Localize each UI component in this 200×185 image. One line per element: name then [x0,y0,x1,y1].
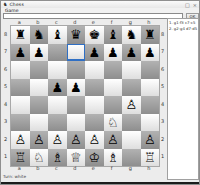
piece-white-knight: ♘ [107,114,119,131]
square-c2[interactable]: ♙ [48,131,67,149]
file-label: e [84,165,103,171]
square-g4[interactable]: ♙ [122,96,141,114]
rank-labels-right: 8 7 6 5 4 3 2 1 [159,25,166,165]
square-b3[interactable] [30,114,49,132]
piece-white-pawn: ♙ [51,131,63,148]
piece-black-pawn: ♟ [33,44,45,61]
square-e7[interactable]: ♟ [85,44,104,62]
chess-app-window: ♞ Chess □ × Game OK a b c d e f g h 8 7 … [0,0,200,185]
piece-black-pawn: ♟ [70,79,82,96]
square-c6[interactable] [48,61,67,79]
piece-black-knight: ♞ [33,26,45,43]
file-label: f [103,165,122,171]
square-g5[interactable] [122,79,141,97]
square-e8[interactable]: ♚ [85,26,104,44]
piece-white-king: ♔ [88,149,100,166]
piece-white-rook: ♖ [14,149,26,166]
rank-label: 5 [2,78,9,96]
rank-label: 6 [2,60,9,78]
square-a7[interactable]: ♟ [11,44,30,62]
file-label: c [47,165,66,171]
rank-label: 3 [2,113,9,131]
square-f5[interactable] [104,79,123,97]
app-icon: ♞ [3,2,7,7]
square-c5[interactable]: ♟ [48,79,67,97]
square-a2[interactable]: ♙ [11,131,30,149]
square-h7[interactable]: ♟ [141,44,160,62]
piece-white-pawn: ♙ [88,131,100,148]
square-c7[interactable] [48,44,67,62]
piece-white-queen: ♕ [70,149,82,166]
piece-black-bishop: ♝ [107,26,119,43]
square-b8[interactable]: ♞ [30,26,49,44]
square-c4[interactable] [48,96,67,114]
square-a4[interactable] [11,96,30,114]
square-a3[interactable] [11,114,30,132]
square-b5[interactable] [30,79,49,97]
piece-black-pawn: ♟ [51,79,63,96]
piece-black-king: ♚ [88,26,100,43]
rank-label: 7 [2,43,9,61]
square-b4[interactable] [30,96,49,114]
piece-white-bishop: ♗ [51,149,63,166]
square-g6[interactable] [122,61,141,79]
rank-label: 7 [159,43,166,61]
piece-black-rook: ♜ [14,26,26,43]
square-h6[interactable] [141,61,160,79]
move-list-item[interactable]: 2. g2-g4 d7-d5 [168,25,198,31]
piece-black-queen: ♛ [70,26,82,43]
square-d2[interactable]: ♙ [67,131,86,149]
square-h1[interactable]: ♖ [141,149,160,167]
square-d1[interactable]: ♕ [67,149,86,167]
square-g8[interactable]: ♞ [122,26,141,44]
rank-label: 8 [2,25,9,43]
piece-white-pawn: ♙ [125,96,137,113]
rank-label: 4 [159,95,166,113]
piece-black-rook: ♜ [144,26,156,43]
rank-labels-left: 8 7 6 5 4 3 2 1 [2,25,9,165]
file-label: h [140,165,159,171]
piece-white-pawn: ♙ [14,131,26,148]
rank-label: 3 [159,113,166,131]
close-icon[interactable]: × [193,2,197,8]
title-bar: ♞ Chess □ × [1,1,199,8]
rank-label: 8 [159,25,166,43]
square-g3[interactable] [122,114,141,132]
square-a1[interactable]: ♖ [11,149,30,167]
file-label: a [10,165,29,171]
piece-white-pawn: ♙ [144,131,156,148]
square-c1[interactable]: ♗ [48,149,67,167]
square-a6[interactable] [11,61,30,79]
piece-black-pawn: ♟ [107,44,119,61]
square-g7[interactable]: ♟ [122,44,141,62]
square-f4[interactable] [104,96,123,114]
piece-black-bishop: ♝ [51,26,63,43]
square-d6[interactable] [67,61,86,79]
file-label: b [29,165,48,171]
rank-label: 5 [159,78,166,96]
square-f3[interactable]: ♘ [104,114,123,132]
square-f6[interactable] [104,61,123,79]
square-e2[interactable]: ♙ [85,131,104,149]
square-h3[interactable] [141,114,160,132]
square-c3[interactable] [48,114,67,132]
square-f8[interactable]: ♝ [104,26,123,44]
rank-label: 4 [2,95,9,113]
piece-black-knight: ♞ [125,26,137,43]
piece-white-rook: ♖ [144,149,156,166]
square-g2[interactable] [122,131,141,149]
square-e6[interactable] [85,61,104,79]
file-label: g [121,165,140,171]
square-f2[interactable]: ♙ [104,131,123,149]
status-text: Turn: white [3,174,26,179]
file-labels-bottom: a b c d e f g h [10,165,158,171]
square-d7[interactable] [67,44,86,62]
square-a8[interactable]: ♜ [11,26,30,44]
square-h8[interactable]: ♜ [141,26,160,44]
square-e1[interactable]: ♔ [85,149,104,167]
move-list-item[interactable]: 1. g1-f3 c7-c5 [168,19,198,25]
piece-white-bishop: ♗ [107,149,119,166]
rank-label: 6 [159,60,166,78]
piece-white-pawn: ♙ [107,131,119,148]
square-e4[interactable] [85,96,104,114]
piece-black-pawn: ♟ [88,44,100,61]
piece-white-pawn: ♙ [70,131,82,148]
rank-label: 2 [2,130,9,148]
square-e3[interactable] [85,114,104,132]
square-e5[interactable] [85,79,104,97]
move-list: 1. g1-f3 c7-c5 2. g2-g4 d7-d5 [167,18,199,180]
rank-label: 2 [159,130,166,148]
square-h5[interactable] [141,79,160,97]
piece-black-pawn: ♟ [144,44,156,61]
square-d8[interactable]: ♛ [67,26,86,44]
piece-white-pawn: ♙ [33,131,45,148]
window-bottom-edge [1,182,199,185]
square-h4[interactable] [141,96,160,114]
rank-label: 1 [159,148,166,166]
square-d3[interactable] [67,114,86,132]
maximize-icon[interactable]: □ [185,2,190,8]
rank-label: 1 [2,148,9,166]
status-bar: Turn: white [1,172,165,181]
square-g1[interactable] [122,149,141,167]
square-a5[interactable] [11,79,30,97]
square-b7[interactable]: ♟ [30,44,49,62]
square-f7[interactable]: ♟ [104,44,123,62]
square-h2[interactable]: ♙ [141,131,160,149]
square-d4[interactable] [67,96,86,114]
square-b6[interactable] [30,61,49,79]
square-d5[interactable]: ♟ [67,79,86,97]
square-c8[interactable]: ♝ [48,26,67,44]
piece-white-knight: ♘ [33,149,45,166]
piece-black-pawn: ♟ [125,44,137,61]
square-f1[interactable]: ♗ [104,149,123,167]
window-title: Chess [9,2,182,7]
square-b2[interactable]: ♙ [30,131,49,149]
square-b1[interactable]: ♘ [30,149,49,167]
board: ♜♞♝♛♚♝♞♜♟♟♟♟♟♟♟♟♙♘♙♙♙♙♙♙♙♖♘♗♕♔♗♖ [10,25,160,167]
piece-black-pawn: ♟ [14,44,26,61]
file-label: d [66,165,85,171]
